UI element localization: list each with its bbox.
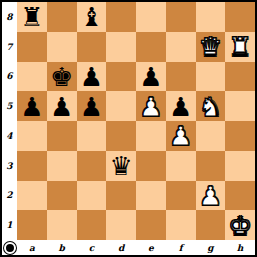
square-h4[interactable] <box>225 121 255 151</box>
square-b6[interactable]: ♚ <box>47 62 77 92</box>
square-b7[interactable] <box>47 32 77 62</box>
file-label-c: c <box>77 240 107 255</box>
square-g2[interactable]: ♟ <box>196 181 226 211</box>
piece-white-pawn: ♟ <box>169 122 192 149</box>
rank-label-8: 8 <box>2 2 17 32</box>
square-d6[interactable] <box>106 62 136 92</box>
square-g7[interactable]: ♛ <box>196 32 226 62</box>
square-c6[interactable]: ♟ <box>77 62 107 92</box>
square-e6[interactable]: ♟ <box>136 62 166 92</box>
piece-white-pawn: ♟ <box>199 182 222 209</box>
square-g8[interactable] <box>196 2 226 32</box>
piece-black-pawn: ♟ <box>80 93 103 120</box>
file-label-e: e <box>136 240 166 255</box>
square-b5[interactable]: ♟ <box>47 91 77 121</box>
square-a1[interactable] <box>17 210 47 240</box>
piece-black-rook: ♜ <box>20 3 43 30</box>
square-d5[interactable] <box>106 91 136 121</box>
file-label-h: h <box>225 240 255 255</box>
square-a7[interactable] <box>17 32 47 62</box>
square-h8[interactable] <box>225 2 255 32</box>
square-e4[interactable] <box>136 121 166 151</box>
square-e7[interactable] <box>136 32 166 62</box>
piece-white-king: ♚ <box>228 212 251 239</box>
square-f8[interactable] <box>166 2 196 32</box>
piece-white-knight: ♞ <box>199 93 222 120</box>
square-g1[interactable] <box>196 210 226 240</box>
piece-black-bishop: ♝ <box>80 3 103 30</box>
square-d7[interactable] <box>106 32 136 62</box>
square-f5[interactable]: ♟ <box>166 91 196 121</box>
piece-white-rook: ♜ <box>228 33 251 60</box>
square-e8[interactable] <box>136 2 166 32</box>
rank-labels: 87654321 <box>2 2 17 240</box>
file-labels: abcdefgh <box>17 240 255 255</box>
square-c7[interactable] <box>77 32 107 62</box>
black-to-move-indicator <box>4 242 16 254</box>
square-f3[interactable] <box>166 151 196 181</box>
rank-label-3: 3 <box>2 151 17 181</box>
square-g3[interactable] <box>196 151 226 181</box>
file-label-f: f <box>166 240 196 255</box>
rank-label-1: 1 <box>2 210 17 240</box>
square-c5[interactable]: ♟ <box>77 91 107 121</box>
square-b4[interactable] <box>47 121 77 151</box>
square-a5[interactable]: ♟ <box>17 91 47 121</box>
square-a3[interactable] <box>17 151 47 181</box>
square-d3[interactable]: ♛ <box>106 151 136 181</box>
square-h2[interactable] <box>225 181 255 211</box>
square-c4[interactable] <box>77 121 107 151</box>
square-e3[interactable] <box>136 151 166 181</box>
square-a8[interactable]: ♜ <box>17 2 47 32</box>
bottom-gutter: abcdefgh <box>2 240 255 255</box>
rank-label-4: 4 <box>2 121 17 151</box>
piece-black-king: ♚ <box>50 63 73 90</box>
piece-black-pawn: ♟ <box>50 93 73 120</box>
square-c8[interactable]: ♝ <box>77 2 107 32</box>
square-h7[interactable]: ♜ <box>225 32 255 62</box>
square-c3[interactable] <box>77 151 107 181</box>
square-f1[interactable] <box>166 210 196 240</box>
piece-black-pawn: ♟ <box>80 63 103 90</box>
square-d8[interactable] <box>106 2 136 32</box>
piece-black-pawn: ♟ <box>20 93 43 120</box>
square-b2[interactable] <box>47 181 77 211</box>
square-b3[interactable] <box>47 151 77 181</box>
chess-diagram: 87654321 ♜♝♛♜♚♟♟♟♟♟♟♟♞♟♛♟♚ abcdefgh <box>0 0 257 257</box>
square-b8[interactable] <box>47 2 77 32</box>
piece-black-queen: ♛ <box>109 152 132 179</box>
square-e2[interactable] <box>136 181 166 211</box>
square-h6[interactable] <box>225 62 255 92</box>
square-h3[interactable] <box>225 151 255 181</box>
file-label-d: d <box>106 240 136 255</box>
square-e5[interactable]: ♟ <box>136 91 166 121</box>
square-a4[interactable] <box>17 121 47 151</box>
rank-label-6: 6 <box>2 62 17 92</box>
square-h5[interactable] <box>225 91 255 121</box>
board: ♜♝♛♜♚♟♟♟♟♟♟♟♞♟♛♟♚ <box>17 2 255 240</box>
square-f7[interactable] <box>166 32 196 62</box>
file-label-g: g <box>196 240 226 255</box>
square-a6[interactable] <box>17 62 47 92</box>
square-g5[interactable]: ♞ <box>196 91 226 121</box>
square-a2[interactable] <box>17 181 47 211</box>
rank-label-7: 7 <box>2 32 17 62</box>
piece-white-queen: ♛ <box>199 33 222 60</box>
square-g4[interactable] <box>196 121 226 151</box>
piece-black-pawn: ♟ <box>169 93 192 120</box>
square-d4[interactable] <box>106 121 136 151</box>
square-d2[interactable] <box>106 181 136 211</box>
square-g6[interactable] <box>196 62 226 92</box>
square-h1[interactable]: ♚ <box>225 210 255 240</box>
square-c1[interactable] <box>77 210 107 240</box>
square-b1[interactable] <box>47 210 77 240</box>
rank-label-2: 2 <box>2 181 17 211</box>
square-f2[interactable] <box>166 181 196 211</box>
rank-label-5: 5 <box>2 91 17 121</box>
file-label-b: b <box>47 240 77 255</box>
square-f4[interactable]: ♟ <box>166 121 196 151</box>
square-d1[interactable] <box>106 210 136 240</box>
piece-white-pawn: ♟ <box>139 93 162 120</box>
square-c2[interactable] <box>77 181 107 211</box>
piece-black-pawn: ♟ <box>139 63 162 90</box>
square-e1[interactable] <box>136 210 166 240</box>
square-f6[interactable] <box>166 62 196 92</box>
file-label-a: a <box>17 240 47 255</box>
